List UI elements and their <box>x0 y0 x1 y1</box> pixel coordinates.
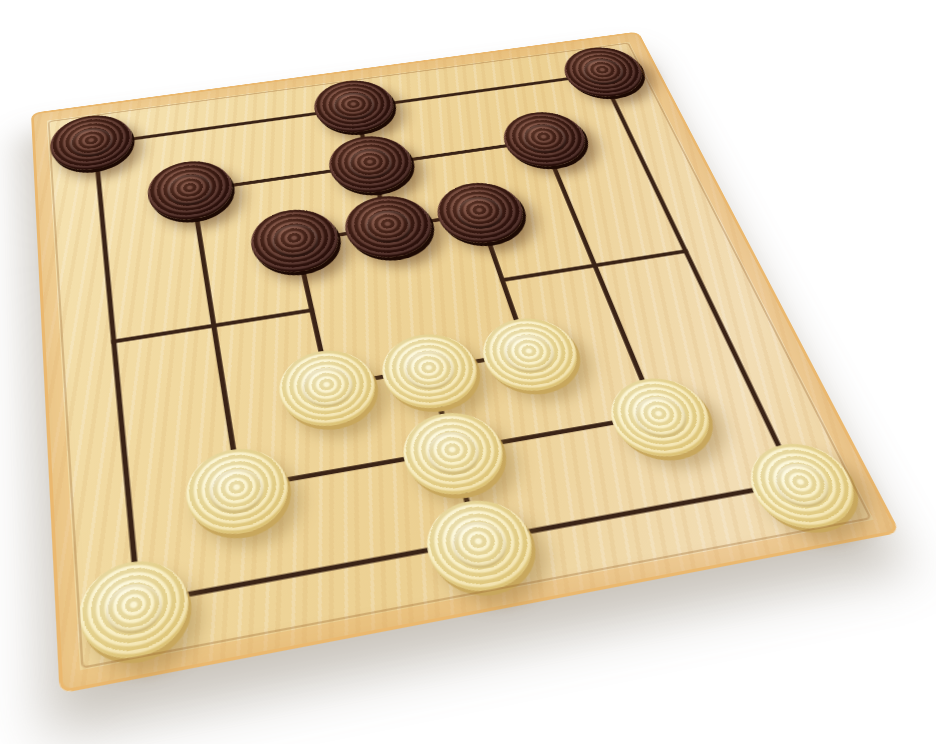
black-piece-b6[interactable] <box>144 156 237 225</box>
point-b6[interactable] <box>140 153 242 229</box>
white-piece-d2[interactable] <box>395 406 514 502</box>
point-f6[interactable] <box>491 104 601 174</box>
white-piece-c3[interactable] <box>273 344 383 433</box>
point-a4[interactable] <box>56 297 165 389</box>
white-piece-d1[interactable] <box>417 493 544 600</box>
white-piece-g1[interactable] <box>736 437 870 537</box>
white-piece-d3[interactable] <box>374 328 487 415</box>
point-a7[interactable] <box>45 108 140 179</box>
black-piece-c5[interactable] <box>246 204 345 278</box>
black-piece-e5[interactable] <box>429 178 532 249</box>
black-piece-d6[interactable] <box>323 131 420 198</box>
black-piece-d5[interactable] <box>338 191 439 264</box>
point-g7[interactable] <box>551 40 657 104</box>
black-piece-f6[interactable] <box>495 107 595 171</box>
board-grid <box>45 40 878 673</box>
point-g1[interactable] <box>730 432 877 542</box>
point-d1[interactable] <box>411 488 550 605</box>
point-c3[interactable] <box>268 340 389 438</box>
point-b2[interactable] <box>176 437 301 547</box>
point-b4[interactable] <box>156 282 268 373</box>
point-a1[interactable] <box>71 548 200 674</box>
point-f2[interactable] <box>594 368 730 469</box>
black-piece-d7[interactable] <box>308 76 400 137</box>
black-piece-g7[interactable] <box>555 43 652 101</box>
photo-scene <box>0 0 936 744</box>
black-piece-a7[interactable] <box>49 111 136 176</box>
nine-mens-morris-board <box>31 31 900 693</box>
white-piece-a1[interactable] <box>76 553 193 668</box>
white-piece-f2[interactable] <box>599 372 723 464</box>
white-piece-e3[interactable] <box>473 312 588 397</box>
white-piece-b2[interactable] <box>181 442 295 543</box>
